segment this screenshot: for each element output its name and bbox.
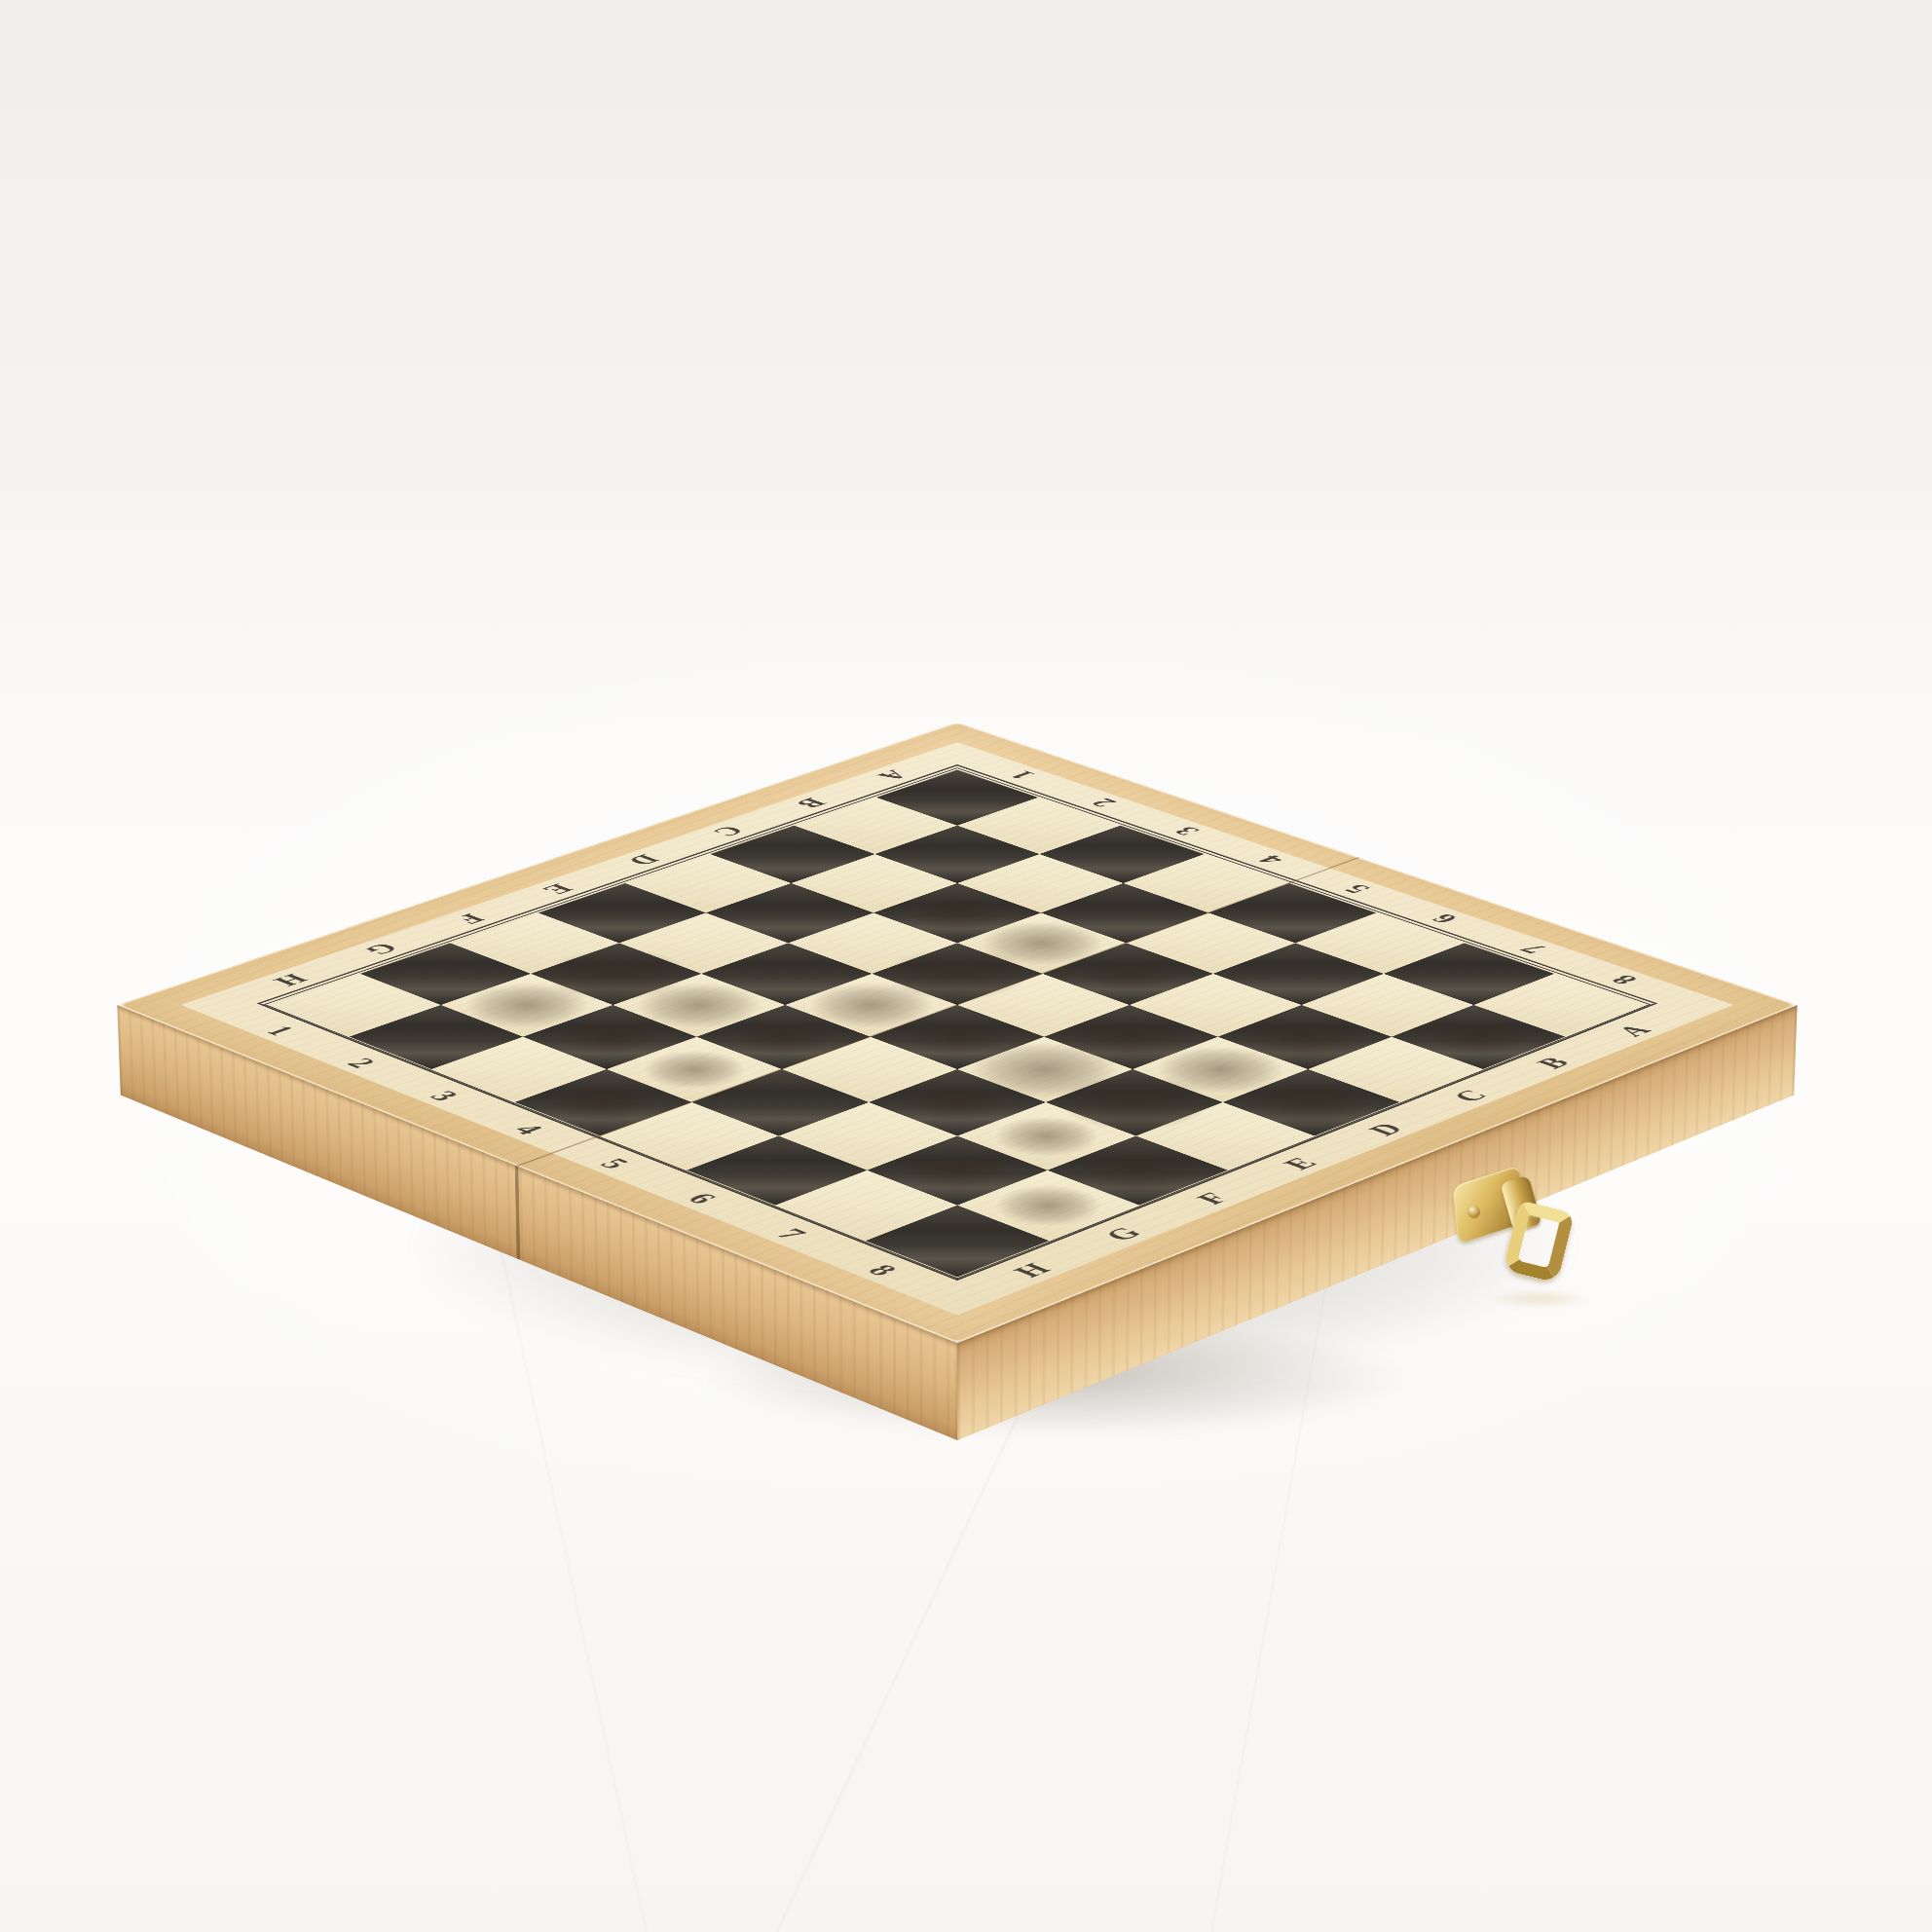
dark-pawn-glyph: ♟ <box>832 1030 1264 1222</box>
brass-clasp <box>1417 1149 1641 1334</box>
photo-scene: 12345678 12345678 ABCDEFGH ABCDEFGH ♟♞♚♛… <box>0 0 1932 1932</box>
perspective-container: 12345678 12345678 ABCDEFGH ABCDEFGH ♟♞♚♛… <box>0 0 1932 1932</box>
clasp-screw <box>1468 1206 1480 1218</box>
clasp-reflection <box>1485 1290 1592 1308</box>
